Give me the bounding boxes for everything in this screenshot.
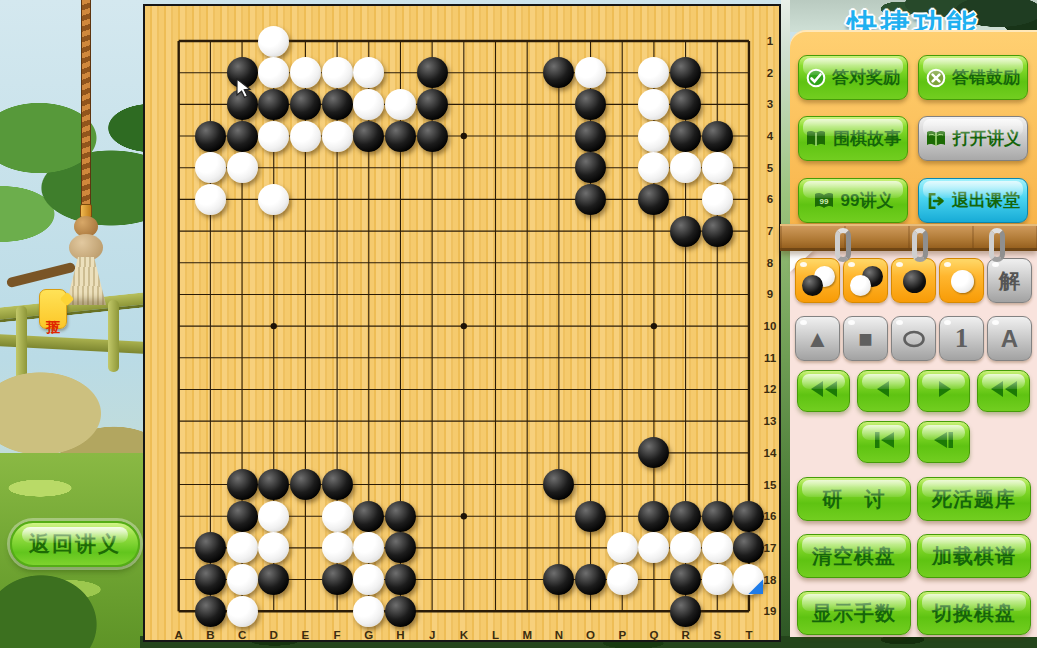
show-move-numbers-label: 显示手数 [812,600,896,627]
black-stone-icon [903,270,926,293]
blue-corner-triangle-marker [748,579,763,594]
ellipse-icon [901,329,927,349]
check-circle-icon [806,68,826,88]
white-stone: ○ [607,532,638,563]
col-label: D [270,629,278,641]
black-stone: ● [258,89,289,120]
black-stone: ● [575,501,606,532]
app-window: 下拉 返回讲义 ABCDEFGHJKLMNOPQRST1234567891011… [0,0,1037,648]
col-label: N [555,629,563,641]
black-stone: ● [638,501,669,532]
black-stone-icon [802,275,823,296]
col-label: E [302,629,310,641]
white-stone: ○ [702,564,733,595]
row-label: 6 [767,193,773,205]
white-stone: ○ [290,57,321,88]
mouse-cursor [236,78,252,104]
row-label: 18 [764,574,777,586]
white-stone-icon [850,275,871,296]
row-label: 10 [764,320,777,332]
annotation-tool-row: ▲■1A [795,316,1032,361]
white-stone: ○ [702,152,733,183]
white-stone: ○ [353,89,384,120]
show-move-numbers-button[interactable]: 显示手数 [797,591,911,635]
black-stone: ● [670,564,701,595]
quick-functions-panel: 答对奖励答错鼓励围棋故事打开讲义9999讲义退出课堂 [790,30,1037,226]
switch-board-button[interactable]: 切换棋盘 [917,591,1031,635]
quick-button-label: 99讲义 [841,189,894,212]
col-label: H [396,629,404,641]
white-stone: ○ [322,532,353,563]
white-stone-button[interactable] [939,258,984,303]
black-stone-button[interactable] [891,258,936,303]
row-label: 9 [767,288,773,300]
black-stone: ● [575,121,606,152]
col-label: O [586,629,595,641]
white-stone: ○ [195,184,226,215]
step-back-button[interactable] [857,370,910,412]
white-stone: ○ [258,26,289,57]
white-stone: ○ [322,501,353,532]
bush [0,567,106,648]
quick-button-x-circle[interactable]: 答错鼓励 [918,55,1028,100]
white-stone: ○ [353,596,384,627]
col-label: Q [649,629,658,641]
binder-ring [912,228,928,262]
black-stone: ● [702,501,733,532]
star-point [461,513,467,519]
to-end-icon [930,429,958,455]
discuss-button[interactable]: 研 讨 [797,477,911,521]
exit-door-icon [926,191,946,211]
stone-tool-row: 解 [795,258,1032,303]
white-stone: ○ [575,57,606,88]
row-label: 17 [764,542,777,554]
row-label: 14 [764,447,777,459]
fast-forward-icon [988,378,1020,404]
tools-panel: 解▲■1A研 讨死活题库清空棋盘加载棋谱显示手数切换棋盘 [790,250,1037,637]
load-game-record-button[interactable]: 加载棋谱 [917,534,1031,578]
step-forward-icon [933,378,955,404]
col-label: C [238,629,246,641]
white-stone: ○ [258,121,289,152]
black-stone: ● [417,121,448,152]
book-99-icon: 99 [813,191,835,211]
tassel-knob[interactable] [69,234,103,261]
load-game-record-label: 加载棋谱 [932,543,1016,570]
col-label: J [429,629,435,641]
white-stone: ○ [258,184,289,215]
col-label: K [460,629,469,641]
quick-button-exit-door[interactable]: 退出课堂 [918,178,1028,223]
star-point [651,323,657,329]
quick-button-label: 打开讲义 [953,127,1021,150]
left-landscape: 下拉 返回讲义 [0,0,143,648]
row-label: 1 [767,35,774,47]
row-label: 11 [764,352,777,364]
col-label: R [681,629,690,641]
ellipse-marker-button[interactable] [891,316,936,361]
row-label: 7 [767,225,773,237]
switch-board-label: 切换棋盘 [932,600,1016,627]
quick-button-book-99[interactable]: 9999讲义 [798,178,908,223]
solve-button[interactable]: 解 [987,258,1032,303]
black-stone: ● [322,564,353,595]
open-book-icon [925,129,947,149]
triangle-marker-icon: ▲ [806,327,830,351]
black-stone: ● [702,216,733,247]
black-stone: ● [575,564,606,595]
col-label: A [175,629,183,641]
binder-ring [835,228,851,262]
life-death-problems-label: 死活题库 [932,486,1016,513]
black-stone: ● [227,121,258,152]
quick-button-label: 答错鼓励 [952,66,1020,89]
quick-button-open-book[interactable]: 打开讲义 [918,116,1028,161]
pull-rope[interactable] [81,0,91,208]
black-stone: ● [670,216,701,247]
black-stone: ● [385,564,416,595]
quick-button-label: 答对奖励 [832,66,900,89]
svg-text:99: 99 [819,196,828,205]
square-marker-icon: ■ [858,327,873,351]
black-stone: ● [385,596,416,627]
row-label: 5 [767,162,774,174]
to-start-icon [870,429,898,455]
white-stone: ○ [702,532,733,563]
clear-board-button[interactable]: 清空棋盘 [797,534,911,578]
col-label: L [492,629,499,641]
alternate-white-first-button[interactable] [843,258,888,303]
col-label: B [206,629,214,641]
black-stone: ● [670,596,701,627]
white-stone: ○ [195,152,226,183]
black-stone: ● [195,564,226,595]
white-stone: ○ [322,57,353,88]
quick-button-label: 围棋故事 [833,127,901,150]
black-stone: ● [417,57,448,88]
black-stone: ● [290,469,321,500]
star-point [461,133,467,139]
black-stone: ● [322,89,353,120]
quick-button-label: 退出课堂 [952,189,1020,212]
row-label: 3 [767,98,773,110]
black-stone: ● [670,121,701,152]
row-label: 13 [764,415,777,427]
black-stone: ● [670,89,701,120]
row-label: 8 [767,257,774,269]
row-label: 16 [764,510,777,522]
black-stone: ● [385,121,416,152]
solve-label: 解 [999,267,1020,295]
col-label: S [713,629,721,641]
number-marker-icon: 1 [955,325,969,352]
to-end-button[interactable] [917,421,970,463]
col-label: P [618,629,626,641]
white-stone: ○ [385,89,416,120]
white-stone: ○ [733,564,764,595]
rewind-button[interactable] [797,370,850,412]
row-label: 12 [764,383,777,395]
step-back-icon [873,378,895,404]
col-label: T [745,629,752,641]
clear-board-label: 清空棋盘 [812,543,896,570]
back-to-notes-button[interactable]: 返回讲义 [10,521,140,567]
fast-forward-button[interactable] [977,370,1030,412]
row-label: 19 [764,605,777,617]
number-marker-button[interactable]: 1 [939,316,984,361]
row-label: 4 [767,130,774,142]
alternate-black-first-button[interactable] [795,258,840,303]
discuss-label: 研 讨 [823,486,886,513]
triangle-marker-button[interactable]: ▲ [795,316,840,361]
black-stone: ● [702,121,733,152]
white-stone: ○ [258,501,289,532]
step-forward-button[interactable] [917,370,970,412]
black-stone: ● [195,121,226,152]
black-stone: ● [670,501,701,532]
black-stone: ● [575,184,606,215]
white-stone: ○ [322,121,353,152]
black-stone: ● [353,121,384,152]
closed-book-icon [805,129,827,149]
white-stone: ○ [290,121,321,152]
x-circle-icon [926,68,946,88]
white-stone: ○ [227,152,258,183]
black-stone: ● [385,501,416,532]
black-stone: ● [195,596,226,627]
white-stone-icon [951,270,974,293]
quick-button-closed-book[interactable]: 围棋故事 [798,116,908,161]
black-stone: ● [227,469,258,500]
rewind-icon [808,378,840,404]
col-label: G [364,629,373,641]
black-stone: ● [575,89,606,120]
pull-down-tag: 下拉 [39,289,67,329]
binder-ring [989,228,1005,262]
black-stone: ● [322,469,353,500]
black-stone: ● [227,501,258,532]
star-point [461,323,467,329]
quick-button-check-circle[interactable]: 答对奖励 [798,55,908,100]
white-stone: ○ [638,121,669,152]
black-stone: ● [417,89,448,120]
white-stone: ○ [227,532,258,563]
right-panel: 快捷功能 答对奖励答错鼓励围棋故事打开讲义9999讲义退出课堂 解▲■1A研 讨… [790,0,1037,648]
white-stone: ○ [702,184,733,215]
white-stone: ○ [607,564,638,595]
letter-marker-icon: A [1001,327,1018,351]
star-point [271,323,277,329]
black-stone: ● [290,89,321,120]
square-marker-button[interactable]: ■ [843,316,888,361]
col-label: F [334,629,341,641]
black-stone: ● [353,501,384,532]
white-stone: ○ [227,596,258,627]
white-stone: ○ [227,564,258,595]
life-death-problems-button[interactable]: 死活题库 [917,477,1031,521]
col-label: M [522,629,532,641]
row-label: 2 [767,67,773,79]
letter-marker-button[interactable]: A [987,316,1032,361]
black-stone: ● [733,501,764,532]
to-start-button[interactable] [857,421,910,463]
row-label: 15 [764,479,777,491]
